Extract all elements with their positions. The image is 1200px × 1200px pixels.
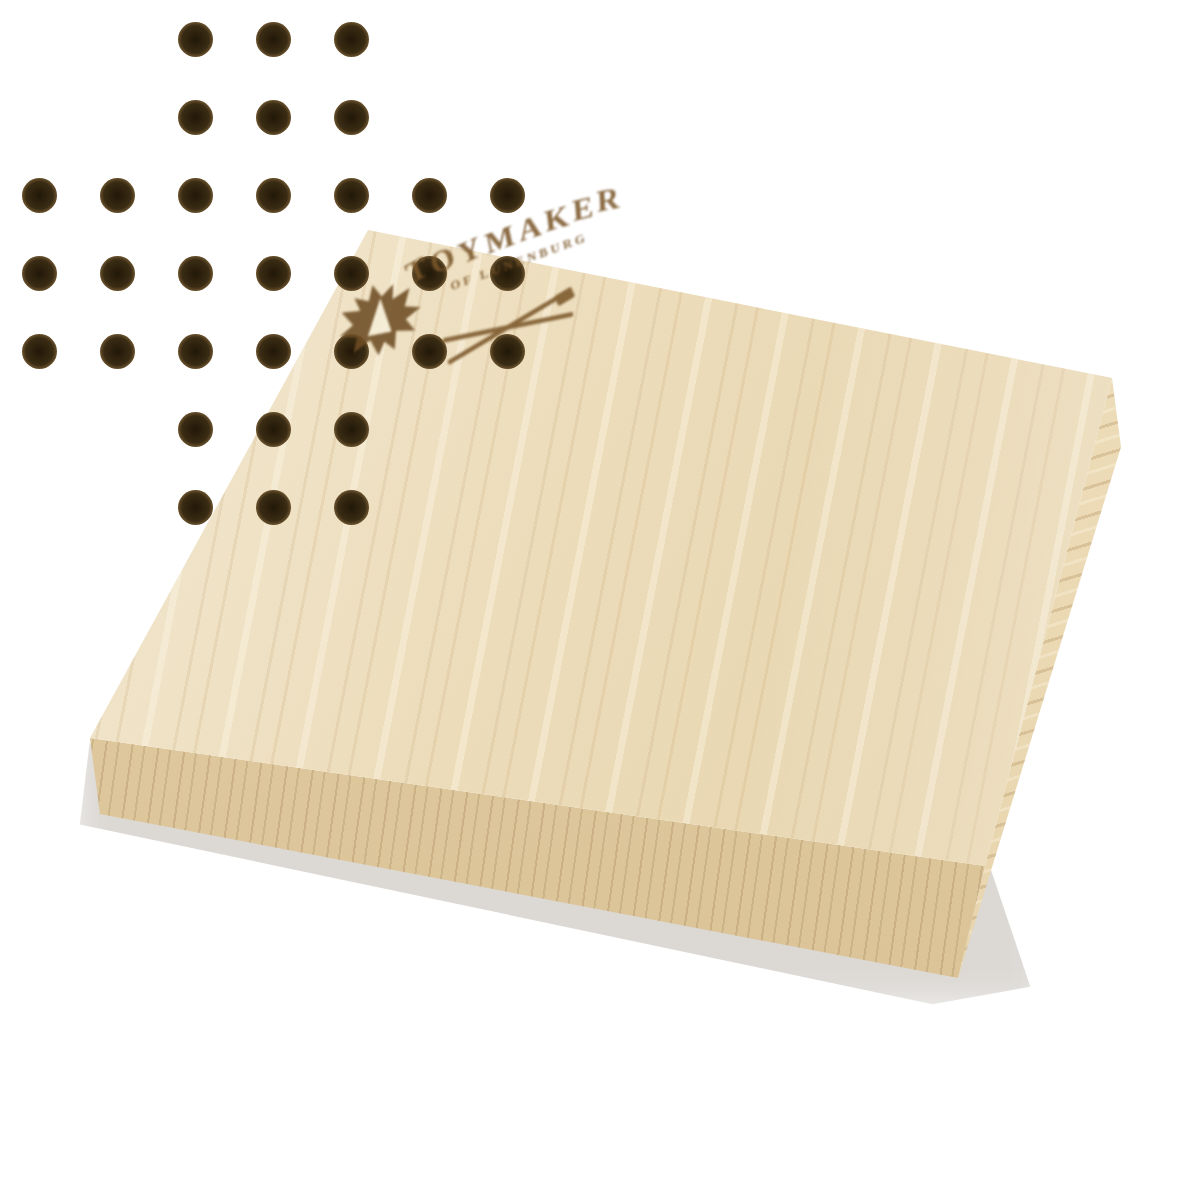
peg-layer [0,0,1200,1200]
product-photo-stage: TOY MAKER OF LUNENBURG [0,0,1200,1200]
